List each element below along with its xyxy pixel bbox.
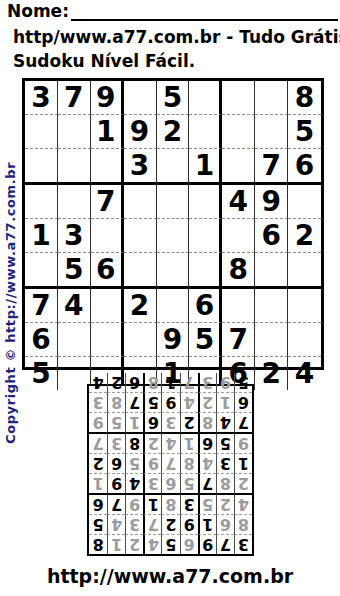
solution-cell-r4c8: 9 [107,473,125,493]
solution-cell-r8c5: 9 [161,392,179,412]
solution-cell-r3c5: 8 [161,493,179,514]
solution-cell-r9c3: 3 [198,373,216,392]
solution-cell-r9c8: 2 [107,373,125,392]
cell-r3c8: 7 [255,149,288,185]
solution-cell-r3c7: 9 [125,493,143,514]
solution-cell-r5c8: 6 [107,453,125,473]
cell-r6c1 [25,253,58,289]
cell-r3c3 [91,149,124,185]
solution-cell-r6c2: 5 [216,432,234,453]
name-field-row: Nome: [7,2,338,21]
cell-r1c1: 3 [25,81,58,115]
solution-cell-r8c3: 2 [198,392,216,412]
solution-cell-r1c7: 2 [125,534,143,554]
cell-r1c6 [189,81,222,115]
solution-cell-r8c9: 3 [89,392,107,412]
solution-cell-r1c4: 6 [180,534,198,554]
solution-cell-r3c3: 5 [198,493,216,514]
puzzle-level-title: Sudoku Nível Fácil. [13,51,195,71]
solution-cell-r5c7: 5 [125,453,143,473]
cell-r6c9 [288,253,321,289]
cell-r2c6 [189,115,222,149]
solution-cell-r3c1: 4 [234,493,252,514]
cell-r3c5 [157,149,190,185]
cell-r5c5 [157,219,190,253]
cell-r3c7 [222,149,255,185]
cell-r4c8: 9 [255,185,288,219]
cell-r8c3 [91,323,124,357]
copyright-vertical-text: Copyright © http://www.a77.com.br [3,162,18,444]
cell-r8c6: 5 [189,323,222,357]
solution-cell-r8c7: 7 [125,392,143,412]
cell-r2c5: 2 [157,115,190,149]
solution-cell-r6c5: 4 [161,432,179,453]
solution-cell-r8c1: 6 [234,392,252,412]
cell-r7c4: 2 [124,289,157,323]
solution-cell-r5c4: 8 [180,453,198,473]
solution-cell-r6c4: 1 [180,432,198,453]
cell-r3c1 [25,149,58,185]
cell-r7c5 [157,289,190,323]
cell-r7c1: 7 [25,289,58,323]
cell-r4c9 [288,185,321,219]
solution-cell-r9c7: 6 [125,373,143,392]
solution-cell-r3c6: 1 [143,493,161,514]
cell-r7c2: 4 [58,289,91,323]
solution-cell-r1c6: 4 [143,534,161,554]
solution-cell-r8c4: 4 [180,392,198,412]
solution-cell-r1c3: 9 [198,534,216,554]
cell-r5c4 [124,219,157,253]
solution-cell-r4c6: 3 [143,473,161,493]
solution-cell-r5c2: 3 [216,453,234,473]
cell-r5c8: 6 [255,219,288,253]
solution-cell-r2c1: 8 [234,514,252,534]
solution-cell-r5c9: 2 [89,453,107,473]
cell-r5c2: 3 [58,219,91,253]
solution-cell-r4c4: 5 [180,473,198,493]
cell-r9c8: 2 [255,357,288,390]
solution-cell-r7c1: 7 [234,412,252,432]
solution-cell-r7c3: 8 [198,412,216,432]
cell-r8c1: 6 [25,323,58,357]
cell-r1c7 [222,81,255,115]
cell-r2c4: 9 [124,115,157,149]
solution-cell-r2c4: 9 [180,514,198,534]
solution-cell-r9c1: 5 [234,373,252,392]
cell-r5c1: 1 [25,219,58,253]
cell-r4c2 [58,185,91,219]
cell-r2c1 [25,115,58,149]
cell-r6c4 [124,253,157,289]
solution-cell-r9c4: 7 [180,373,198,392]
cell-r5c3 [91,219,124,253]
cell-r4c7: 4 [222,185,255,219]
cell-r1c3: 9 [91,81,124,115]
cell-r3c6: 1 [189,149,222,185]
cell-r6c6 [189,253,222,289]
solution-cell-r3c9: 6 [89,493,107,514]
solution-cell-r4c1: 2 [234,473,252,493]
cell-r9c2 [58,357,91,390]
cell-r3c4: 3 [124,149,157,185]
cell-r7c7 [222,289,255,323]
cell-r8c5: 9 [157,323,190,357]
footer-url: http://www.a77.com.br [0,565,340,587]
cell-r9c1: 5 [25,357,58,390]
solution-cell-r7c6: 6 [143,412,161,432]
cell-r8c9 [288,323,321,357]
solution-cell-r9c6: 8 [143,373,161,392]
solution-cell-r6c8: 3 [107,432,125,453]
cell-r7c8 [255,289,288,323]
cell-r8c2 [58,323,91,357]
cell-r6c2: 5 [58,253,91,289]
cell-r1c8 [255,81,288,115]
solution-cell-r3c8: 7 [107,493,125,514]
solution-cell-r4c2: 8 [216,473,234,493]
cell-r6c3: 6 [91,253,124,289]
solution-cell-r4c7: 4 [125,473,143,493]
solution-cell-r2c7: 3 [125,514,143,534]
cell-r6c7: 8 [222,253,255,289]
cell-r2c7 [222,115,255,149]
solution-cell-r4c9: 1 [89,473,107,493]
cell-r4c1 [25,185,58,219]
cell-r2c8 [255,115,288,149]
cell-r9c9: 4 [288,357,321,390]
cell-r3c9: 6 [288,149,321,185]
solution-cell-r7c9: 9 [89,412,107,432]
cell-r1c2: 7 [58,81,91,115]
solution-cell-r2c6: 7 [143,514,161,534]
solution-cell-r6c9: 7 [89,432,107,453]
solution-cell-r7c8: 5 [107,412,125,432]
cell-r5c6 [189,219,222,253]
solution-cell-r9c2: 9 [216,373,234,392]
cell-r6c5 [157,253,190,289]
cell-r3c2 [58,149,91,185]
cell-r8c8 [255,323,288,357]
solution-cell-r8c8: 8 [107,392,125,412]
sudoku-solution-grid-rotated: 3796542188619273454253819762875634911348… [87,384,254,556]
solution-cell-r2c2: 6 [216,514,234,534]
solution-cell-r7c5: 3 [161,412,179,432]
solution-cell-r9c9: 4 [89,373,107,392]
solution-cell-r5c3: 4 [198,453,216,473]
solution-cell-r6c1: 9 [234,432,252,453]
solution-cell-r4c3: 7 [198,473,216,493]
cell-r4c5 [157,185,190,219]
cell-r1c5: 5 [157,81,190,115]
solution-cell-r6c6: 2 [143,432,161,453]
cell-r7c3 [91,289,124,323]
cell-r5c7 [222,219,255,253]
name-fill-line [71,2,338,21]
sudoku-puzzle-grid: 379581925317674913625687426695751624 [22,78,324,370]
solution-cell-r1c1: 3 [234,534,252,554]
cell-r2c2 [58,115,91,149]
solution-cell-r3c4: 3 [180,493,198,514]
solution-cell-r8c6: 5 [143,392,161,412]
solution-cell-r1c2: 7 [216,534,234,554]
solution-cell-r5c1: 1 [234,453,252,473]
cell-r1c4 [124,81,157,115]
cell-r7c6: 6 [189,289,222,323]
solution-cell-r8c2: 1 [216,392,234,412]
solution-cell-r3c2: 2 [216,493,234,514]
cell-r6c8 [255,253,288,289]
solution-cell-r4c5: 6 [161,473,179,493]
cell-r7c9 [288,289,321,323]
solution-cell-r7c7: 1 [125,412,143,432]
solution-cell-r2c8: 4 [107,514,125,534]
solution-cell-r7c2: 4 [216,412,234,432]
solution-cell-r7c4: 2 [180,412,198,432]
solution-cell-r1c5: 5 [161,534,179,554]
solution-cell-r1c8: 1 [107,534,125,554]
cell-r2c9: 5 [288,115,321,149]
cell-r2c3: 1 [91,115,124,149]
cell-r1c9: 8 [288,81,321,115]
cell-r5c9: 2 [288,219,321,253]
cell-r8c4 [124,323,157,357]
cell-r4c6 [189,185,222,219]
solution-cell-r9c5: 1 [161,373,179,392]
solution-cell-r6c3: 6 [198,432,216,453]
cell-r4c4 [124,185,157,219]
solution-cell-r1c9: 8 [89,534,107,554]
solution-cell-r2c9: 5 [89,514,107,534]
solution-cell-r2c5: 2 [161,514,179,534]
solution-cell-r2c3: 1 [198,514,216,534]
solution-cell-r5c6: 9 [143,453,161,473]
cell-r8c7: 7 [222,323,255,357]
cell-r4c3: 7 [91,185,124,219]
solution-cell-r5c5: 7 [161,453,179,473]
solution-cell-r6c7: 8 [125,432,143,453]
name-label: Nome: [7,2,69,21]
site-tagline: http/www.a77.com.br - Tudo Grátis. [13,27,340,47]
